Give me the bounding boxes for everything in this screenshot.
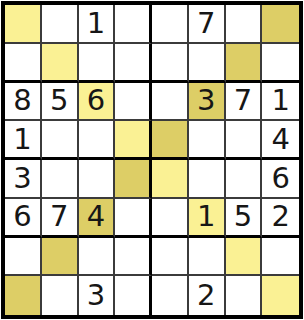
cell-r3c5[interactable] <box>152 83 189 122</box>
cell-r4c2[interactable] <box>42 121 79 160</box>
cell-r1c7[interactable] <box>226 5 263 44</box>
cell-r3c4[interactable] <box>115 83 152 122</box>
cell-r8c8[interactable] <box>262 276 299 315</box>
cell-r7c8[interactable] <box>262 238 299 277</box>
cell-r7c1[interactable] <box>5 238 42 277</box>
cell-r3c2[interactable]: 5 <box>42 83 79 122</box>
sudoku-grid: 17856371143667415232 <box>1 1 303 319</box>
cell-r7c6[interactable] <box>189 238 226 277</box>
cell-r1c5[interactable] <box>152 5 189 44</box>
cell-r6c8[interactable]: 2 <box>262 199 299 238</box>
cell-r8c2[interactable] <box>42 276 79 315</box>
cell-r1c2[interactable] <box>42 5 79 44</box>
cell-r8c6[interactable]: 2 <box>189 276 226 315</box>
cell-r4c8[interactable]: 4 <box>262 121 299 160</box>
cell-r6c7[interactable]: 5 <box>226 199 263 238</box>
cell-r3c8[interactable]: 1 <box>262 83 299 122</box>
cell-r8c1[interactable] <box>5 276 42 315</box>
cell-r8c7[interactable] <box>226 276 263 315</box>
cell-r5c6[interactable] <box>189 160 226 199</box>
cell-r1c8[interactable] <box>262 5 299 44</box>
cell-r2c6[interactable] <box>189 44 226 83</box>
cell-r5c5[interactable] <box>152 160 189 199</box>
cell-r2c8[interactable] <box>262 44 299 83</box>
cell-r4c3[interactable] <box>79 121 116 160</box>
cell-r8c4[interactable] <box>115 276 152 315</box>
cell-r6c3[interactable]: 4 <box>79 199 116 238</box>
cell-r2c4[interactable] <box>115 44 152 83</box>
cell-r3c7[interactable]: 7 <box>226 83 263 122</box>
cell-r2c3[interactable] <box>79 44 116 83</box>
cell-r6c6[interactable]: 1 <box>189 199 226 238</box>
cell-r7c2[interactable] <box>42 238 79 277</box>
cell-r1c1[interactable] <box>5 5 42 44</box>
cell-r6c5[interactable] <box>152 199 189 238</box>
cell-r2c7[interactable] <box>226 44 263 83</box>
cell-r1c6[interactable]: 7 <box>189 5 226 44</box>
cell-r2c1[interactable] <box>5 44 42 83</box>
cell-r5c4[interactable] <box>115 160 152 199</box>
cell-r1c3[interactable]: 1 <box>79 5 116 44</box>
cell-r1c4[interactable] <box>115 5 152 44</box>
cell-r2c5[interactable] <box>152 44 189 83</box>
cell-r5c1[interactable]: 3 <box>5 160 42 199</box>
cell-r5c7[interactable] <box>226 160 263 199</box>
sudoku-board: 17856371143667415232 <box>0 0 304 320</box>
cell-r6c2[interactable]: 7 <box>42 199 79 238</box>
cell-r8c3[interactable]: 3 <box>79 276 116 315</box>
cell-r4c6[interactable] <box>189 121 226 160</box>
cell-r6c1[interactable]: 6 <box>5 199 42 238</box>
cell-r4c5[interactable] <box>152 121 189 160</box>
cell-r5c3[interactable] <box>79 160 116 199</box>
cell-r6c4[interactable] <box>115 199 152 238</box>
cell-r3c1[interactable]: 8 <box>5 83 42 122</box>
cell-r3c3[interactable]: 6 <box>79 83 116 122</box>
cell-r7c3[interactable] <box>79 238 116 277</box>
cell-r4c1[interactable]: 1 <box>5 121 42 160</box>
cell-r2c2[interactable] <box>42 44 79 83</box>
cell-r7c5[interactable] <box>152 238 189 277</box>
cell-r7c7[interactable] <box>226 238 263 277</box>
cell-r4c7[interactable] <box>226 121 263 160</box>
cell-r3c6[interactable]: 3 <box>189 83 226 122</box>
cell-r4c4[interactable] <box>115 121 152 160</box>
cell-r8c5[interactable] <box>152 276 189 315</box>
cell-r7c4[interactable] <box>115 238 152 277</box>
cell-r5c2[interactable] <box>42 160 79 199</box>
cell-r5c8[interactable]: 6 <box>262 160 299 199</box>
